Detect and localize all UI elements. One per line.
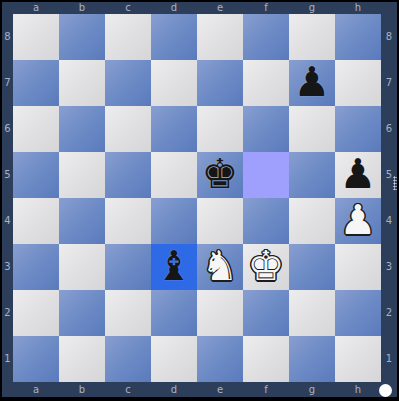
file-label-g: g xyxy=(289,382,335,397)
square-g8[interactable] xyxy=(289,14,335,60)
rank-label-4: 4 xyxy=(381,198,397,244)
rank-label-6: 6 xyxy=(381,106,397,152)
square-c3[interactable] xyxy=(105,244,151,290)
square-c1[interactable] xyxy=(105,336,151,382)
rank-label-8: 8 xyxy=(381,14,397,60)
file-label-g: g xyxy=(289,2,335,14)
square-c2[interactable] xyxy=(105,290,151,336)
piece-white-king[interactable]: ♚ xyxy=(248,246,285,287)
piece-black-pawn[interactable]: ♟ xyxy=(340,154,377,195)
square-e2[interactable] xyxy=(197,290,243,336)
square-f2[interactable] xyxy=(243,290,289,336)
file-labels-top: abcdefgh xyxy=(13,2,381,14)
file-label-d: d xyxy=(151,2,197,14)
chess-board-frame: abcdefgh abcdefgh 87654321 87654321 ♟♚♟♟… xyxy=(0,0,399,401)
square-f6[interactable] xyxy=(243,106,289,152)
piece-black-king[interactable]: ♚ xyxy=(202,154,239,195)
square-a2[interactable] xyxy=(13,290,59,336)
square-d6[interactable] xyxy=(151,106,197,152)
square-f1[interactable] xyxy=(243,336,289,382)
square-e4[interactable] xyxy=(197,198,243,244)
square-b1[interactable] xyxy=(59,336,105,382)
square-b4[interactable] xyxy=(59,198,105,244)
square-h4[interactable]: ♟ xyxy=(335,198,381,244)
file-label-b: b xyxy=(59,2,105,14)
square-a3[interactable] xyxy=(13,244,59,290)
file-label-f: f xyxy=(243,2,289,14)
file-labels-bottom: abcdefgh xyxy=(13,382,381,397)
square-f5[interactable] xyxy=(243,152,289,198)
square-h6[interactable] xyxy=(335,106,381,152)
rank-label-6: 6 xyxy=(2,106,13,152)
square-d5[interactable] xyxy=(151,152,197,198)
square-b5[interactable] xyxy=(59,152,105,198)
rank-labels-right: 87654321 xyxy=(381,14,397,382)
square-d1[interactable] xyxy=(151,336,197,382)
file-label-a: a xyxy=(13,382,59,397)
square-e1[interactable] xyxy=(197,336,243,382)
rank-labels-left: 87654321 xyxy=(2,14,13,382)
square-c6[interactable] xyxy=(105,106,151,152)
rank-label-3: 3 xyxy=(2,244,13,290)
square-e8[interactable] xyxy=(197,14,243,60)
square-g6[interactable] xyxy=(289,106,335,152)
rank-label-5: 5 xyxy=(2,152,13,198)
square-h5[interactable]: ♟ xyxy=(335,152,381,198)
file-label-d: d xyxy=(151,382,197,397)
square-h8[interactable] xyxy=(335,14,381,60)
square-g7[interactable]: ♟ xyxy=(289,60,335,106)
file-label-c: c xyxy=(105,2,151,14)
square-d3[interactable]: ♝ xyxy=(151,244,197,290)
file-label-a: a xyxy=(13,2,59,14)
square-d8[interactable] xyxy=(151,14,197,60)
square-b2[interactable] xyxy=(59,290,105,336)
square-h2[interactable] xyxy=(335,290,381,336)
square-e7[interactable] xyxy=(197,60,243,106)
file-label-h: h xyxy=(335,382,381,397)
file-label-h: h xyxy=(335,2,381,14)
square-h3[interactable] xyxy=(335,244,381,290)
rank-label-1: 1 xyxy=(2,336,13,382)
square-a6[interactable] xyxy=(13,106,59,152)
square-c8[interactable] xyxy=(105,14,151,60)
square-g2[interactable] xyxy=(289,290,335,336)
rank-label-1: 1 xyxy=(381,336,397,382)
square-a5[interactable] xyxy=(13,152,59,198)
rank-label-3: 3 xyxy=(381,244,397,290)
square-f8[interactable] xyxy=(243,14,289,60)
rank-label-2: 2 xyxy=(2,290,13,336)
grip-dots-icon[interactable] xyxy=(393,176,399,190)
rank-label-5: 5 xyxy=(381,152,397,198)
square-b7[interactable] xyxy=(59,60,105,106)
square-a4[interactable] xyxy=(13,198,59,244)
square-a7[interactable] xyxy=(13,60,59,106)
square-a8[interactable] xyxy=(13,14,59,60)
square-f4[interactable] xyxy=(243,198,289,244)
square-b8[interactable] xyxy=(59,14,105,60)
piece-black-bishop[interactable]: ♝ xyxy=(156,246,193,287)
piece-white-knight[interactable]: ♞ xyxy=(202,246,239,287)
square-g5[interactable] xyxy=(289,152,335,198)
rank-label-7: 7 xyxy=(2,60,13,106)
square-e6[interactable] xyxy=(197,106,243,152)
file-label-c: c xyxy=(105,382,151,397)
square-c5[interactable] xyxy=(105,152,151,198)
square-e3[interactable]: ♞ xyxy=(197,244,243,290)
square-c4[interactable] xyxy=(105,198,151,244)
rank-label-4: 4 xyxy=(2,198,13,244)
piece-black-pawn[interactable]: ♟ xyxy=(294,62,331,103)
rank-label-8: 8 xyxy=(2,14,13,60)
square-b6[interactable] xyxy=(59,106,105,152)
file-label-e: e xyxy=(197,382,243,397)
turn-indicator-white-circle-icon xyxy=(379,384,392,397)
square-h7[interactable] xyxy=(335,60,381,106)
square-g3[interactable] xyxy=(289,244,335,290)
square-d4[interactable] xyxy=(151,198,197,244)
square-f7[interactable] xyxy=(243,60,289,106)
square-f3[interactable]: ♚ xyxy=(243,244,289,290)
square-g4[interactable] xyxy=(289,198,335,244)
square-h1[interactable] xyxy=(335,336,381,382)
file-label-f: f xyxy=(243,382,289,397)
square-e5[interactable]: ♚ xyxy=(197,152,243,198)
piece-white-pawn[interactable]: ♟ xyxy=(340,200,377,241)
square-a1[interactable] xyxy=(13,336,59,382)
file-label-b: b xyxy=(59,382,105,397)
square-c7[interactable] xyxy=(105,60,151,106)
file-label-e: e xyxy=(197,2,243,14)
square-b3[interactable] xyxy=(59,244,105,290)
square-g1[interactable] xyxy=(289,336,335,382)
square-d7[interactable] xyxy=(151,60,197,106)
square-d2[interactable] xyxy=(151,290,197,336)
rank-label-7: 7 xyxy=(381,60,397,106)
chess-board[interactable]: ♟♚♟♟♝♞♚ xyxy=(13,14,381,382)
rank-label-2: 2 xyxy=(381,290,397,336)
